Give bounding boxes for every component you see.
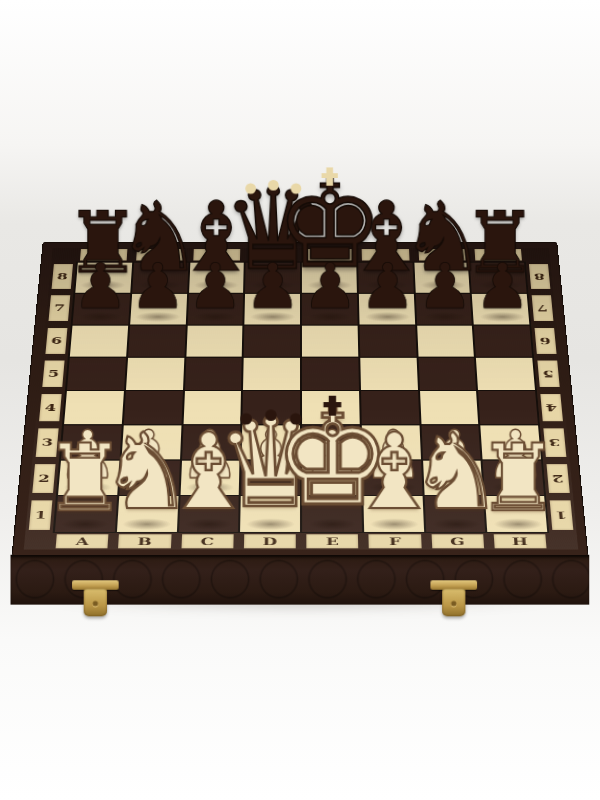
rank-label-left-4-text: 4 — [44, 402, 56, 413]
file-label-bottom-f: F — [369, 534, 421, 548]
rank-label-right-6-text: 6 — [540, 335, 552, 346]
file-label-bottom-d-text: D — [262, 535, 277, 547]
file-label-top-h-text: H — [491, 250, 506, 260]
file-label-bottom-h: H — [493, 534, 546, 548]
black-pawn-glyph: ♟ — [359, 255, 415, 317]
file-label-bottom-b: B — [118, 534, 171, 548]
perspective-scene: ABCDEFGH ABCDEFGH 87654321 87654321 ♜♞♝♛… — [0, 0, 600, 800]
file-label-bottom-c-text: C — [200, 535, 214, 547]
pieces-layer: ♜♞♝♛♚♝♞♜♟♟♟♟♟♟♟♟♟♟♟♟♟♟♟♟♜♞♝♛♚♝♞♜ — [53, 262, 550, 534]
rank-label-right-6: 6 — [535, 328, 557, 354]
king-finial-cross-bar — [321, 173, 337, 178]
piece-stand: ♟ — [72, 255, 128, 317]
rank-label-left-5: 5 — [42, 360, 64, 387]
rank-label-right-7: 7 — [532, 295, 554, 321]
right-clasp-rivet — [451, 601, 456, 606]
piece-stand: ♟ — [359, 255, 415, 317]
black-pawn-glyph: ♟ — [129, 255, 185, 317]
black-pawn-glyph: ♟ — [474, 255, 530, 317]
piece-stand: ♟ — [417, 255, 473, 317]
white-rook-glyph: ♜ — [476, 432, 559, 524]
rank-label-left-7-text: 7 — [54, 303, 66, 313]
photo-backdrop: { "game": "chess", "scene": "wooden fold… — [0, 0, 600, 800]
black-pawn-glyph: ♟ — [72, 255, 128, 317]
left-clasp-tongue — [84, 589, 107, 617]
rank-label-left-6: 6 — [45, 328, 67, 354]
rank-label-left-5-text: 5 — [47, 368, 59, 379]
file-label-top-e-text: E — [323, 250, 335, 260]
black-pawn-glyph: ♟ — [244, 255, 300, 317]
piece-stand: ♟ — [474, 255, 530, 317]
file-label-bottom-a-text: A — [75, 535, 89, 547]
piece-stand: ♟ — [244, 255, 300, 317]
piece-stand: ♟ — [129, 255, 185, 317]
chess-board: ABCDEFGH ABCDEFGH 87654321 87654321 ♜♞♝♛… — [12, 242, 589, 555]
piece-stand: ♜ — [476, 432, 559, 524]
rank-label-right-4-text: 4 — [546, 402, 558, 413]
box-front-side — [11, 555, 590, 605]
file-label-bottom-c: C — [181, 534, 233, 548]
file-label-bottom-d: D — [244, 534, 296, 548]
black-pawn-glyph: ♟ — [302, 255, 358, 317]
file-label-bottom-h-text: H — [511, 535, 528, 547]
rank-label-right-5: 5 — [537, 360, 559, 387]
left-clasp-rivet — [93, 601, 98, 606]
file-label-top-g-text: G — [435, 250, 449, 260]
file-label-bottom-a: A — [56, 534, 109, 548]
file-label-bottom-g: G — [431, 534, 484, 548]
file-label-top-a-text: A — [98, 250, 111, 260]
king-finial-cross-bar — [323, 401, 340, 407]
file-label-bottom-f-text: F — [389, 535, 401, 547]
file-label-top-b-text: B — [153, 250, 166, 260]
rank-label-right-7-text: 7 — [537, 303, 549, 313]
file-label-bottom-g-text: G — [450, 535, 465, 547]
black-pawn-glyph: ♟ — [417, 255, 473, 317]
file-label-bottom-e: E — [306, 534, 358, 548]
piece-stand: ♟ — [187, 255, 243, 317]
piece-stand: ♟ — [302, 255, 358, 317]
file-label-top-f-text: F — [380, 250, 391, 260]
file-labels-bottom: ABCDEFGH — [51, 533, 551, 550]
rank-label-right-8-text: 8 — [534, 272, 546, 282]
left-clasp — [72, 580, 119, 616]
rank-label-left-7: 7 — [49, 295, 71, 321]
rank-label-left-6-text: 6 — [51, 335, 63, 346]
right-clasp — [430, 580, 477, 616]
rank-label-right-5-text: 5 — [542, 368, 554, 379]
file-label-top-c-text: C — [210, 250, 222, 260]
file-label-top-d-text: D — [266, 250, 279, 260]
file-label-bottom-e-text: E — [326, 535, 339, 547]
right-clasp-tongue — [442, 589, 465, 617]
file-label-bottom-b-text: B — [137, 535, 152, 547]
black-pawn-glyph: ♟ — [187, 255, 243, 317]
